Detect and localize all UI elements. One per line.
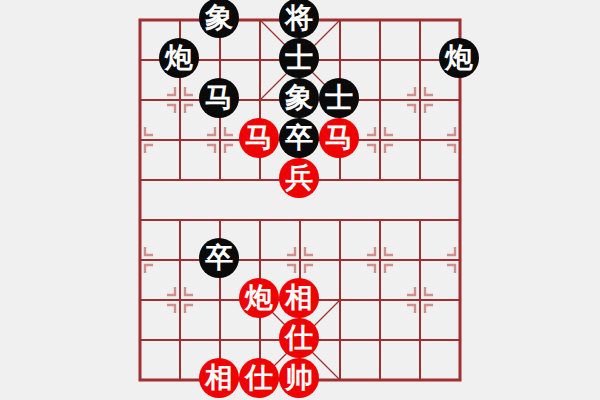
piece-black-general[interactable]: 将 <box>279 0 319 38</box>
xiangqi-app: 象将炮士炮马象士卒马马兵卒炮相仕相仕帅 <box>0 0 600 400</box>
piece-black-soldier[interactable]: 卒 <box>279 118 319 158</box>
piece-red-horse[interactable]: 马 <box>239 118 279 158</box>
piece-black-advisor[interactable]: 士 <box>279 38 319 78</box>
piece-black-soldier[interactable]: 卒 <box>199 238 239 278</box>
piece-red-horse[interactable]: 马 <box>319 118 359 158</box>
piece-grid: 象将炮士炮马象士卒马马兵卒炮相仕相仕帅 <box>120 0 480 400</box>
piece-red-soldier[interactable]: 兵 <box>279 158 319 198</box>
piece-red-general[interactable]: 帅 <box>279 358 319 398</box>
piece-red-elephant[interactable]: 相 <box>279 278 319 318</box>
piece-black-horse[interactable]: 马 <box>199 78 239 118</box>
piece-black-elephant[interactable]: 象 <box>199 0 239 38</box>
piece-red-advisor[interactable]: 仕 <box>239 358 279 398</box>
piece-black-cannon[interactable]: 炮 <box>159 38 199 78</box>
piece-red-cannon[interactable]: 炮 <box>239 278 279 318</box>
piece-red-advisor[interactable]: 仕 <box>279 318 319 358</box>
piece-black-cannon[interactable]: 炮 <box>439 38 479 78</box>
piece-black-elephant[interactable]: 象 <box>279 78 319 118</box>
piece-red-elephant[interactable]: 相 <box>199 358 239 398</box>
piece-black-advisor[interactable]: 士 <box>319 78 359 118</box>
